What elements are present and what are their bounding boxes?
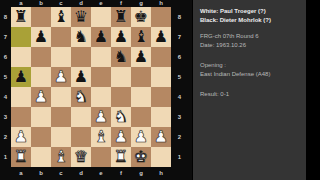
event-label: FRG-ch 07th Round 6 bbox=[200, 32, 302, 41]
square-c3[interactable] bbox=[51, 107, 71, 127]
square-f7[interactable]: ♟ bbox=[111, 27, 131, 47]
square-e3[interactable]: ♟ bbox=[91, 107, 111, 127]
square-d5[interactable]: ♟ bbox=[71, 67, 91, 87]
square-e8[interactable] bbox=[91, 7, 111, 27]
file-label-b: b bbox=[31, 167, 51, 180]
square-b8[interactable] bbox=[31, 7, 51, 27]
square-c5[interactable]: ♟ bbox=[51, 67, 71, 87]
square-b3[interactable] bbox=[31, 107, 51, 127]
piece-white-pawn[interactable]: ♟ bbox=[91, 107, 111, 127]
square-a5[interactable]: ♟ bbox=[11, 67, 31, 87]
file-label-e: e bbox=[91, 0, 111, 7]
piece-black-knight[interactable]: ♞ bbox=[111, 47, 131, 67]
rank-label-1: 1 bbox=[0, 147, 11, 167]
piece-black-pawn[interactable]: ♟ bbox=[11, 67, 31, 87]
file-label-e: e bbox=[91, 167, 111, 180]
square-h7[interactable]: ♟ bbox=[151, 27, 171, 47]
file-label-b: b bbox=[31, 0, 51, 7]
piece-white-knight[interactable]: ♞ bbox=[71, 87, 91, 107]
square-f2[interactable]: ♟ bbox=[111, 127, 131, 147]
square-c2[interactable] bbox=[51, 127, 71, 147]
rank-label-4: 4 bbox=[171, 87, 188, 107]
opening-name-label: East Indian Defense (A48) bbox=[200, 70, 302, 79]
rank-label-2: 2 bbox=[0, 127, 11, 147]
file-labels-top: abcdefgh bbox=[11, 0, 171, 7]
square-e7[interactable]: ♟ bbox=[91, 27, 111, 47]
square-d1[interactable]: ♛ bbox=[71, 147, 91, 167]
file-label-g: g bbox=[131, 0, 151, 7]
square-a1[interactable]: ♜ bbox=[11, 147, 31, 167]
square-b6[interactable] bbox=[31, 47, 51, 67]
piece-black-pawn[interactable]: ♟ bbox=[131, 47, 151, 67]
square-h5[interactable] bbox=[151, 67, 171, 87]
file-label-c: c bbox=[51, 167, 71, 180]
square-f3[interactable]: ♞ bbox=[111, 107, 131, 127]
piece-black-bishop[interactable]: ♝ bbox=[131, 27, 151, 47]
square-g3[interactable] bbox=[131, 107, 151, 127]
piece-white-pawn[interactable]: ♟ bbox=[131, 127, 151, 147]
piece-black-bishop[interactable]: ♝ bbox=[51, 7, 71, 27]
file-label-g: g bbox=[131, 167, 151, 180]
square-f1[interactable]: ♜ bbox=[111, 147, 131, 167]
piece-white-queen[interactable]: ♛ bbox=[71, 147, 91, 167]
rank-label-1: 1 bbox=[171, 147, 188, 167]
file-label-a: a bbox=[11, 0, 31, 7]
square-c8[interactable]: ♝ bbox=[51, 7, 71, 27]
piece-black-queen[interactable]: ♛ bbox=[71, 7, 91, 27]
piece-black-pawn[interactable]: ♟ bbox=[111, 27, 131, 47]
square-f8[interactable]: ♜ bbox=[111, 7, 131, 27]
piece-white-bishop[interactable]: ♝ bbox=[91, 127, 111, 147]
rank-labels-left: 87654321 bbox=[0, 7, 11, 167]
file-label-d: d bbox=[71, 167, 91, 180]
square-f4[interactable] bbox=[111, 87, 131, 107]
square-h1[interactable] bbox=[151, 147, 171, 167]
square-a7[interactable] bbox=[11, 27, 31, 47]
square-b1[interactable] bbox=[31, 147, 51, 167]
rank-label-8: 8 bbox=[171, 7, 188, 27]
piece-white-bishop[interactable]: ♝ bbox=[51, 147, 71, 167]
rank-labels-right: 87654321 bbox=[171, 7, 192, 167]
piece-black-rook[interactable]: ♜ bbox=[111, 7, 131, 27]
square-h6[interactable] bbox=[151, 47, 171, 67]
square-d2[interactable] bbox=[71, 127, 91, 147]
rank-label-4: 4 bbox=[0, 87, 11, 107]
piece-white-pawn[interactable]: ♟ bbox=[151, 127, 171, 147]
square-d8[interactable]: ♛ bbox=[71, 7, 91, 27]
square-a4[interactable] bbox=[11, 87, 31, 107]
square-g2[interactable]: ♟ bbox=[131, 127, 151, 147]
square-g8[interactable]: ♚ bbox=[131, 7, 151, 27]
square-d7[interactable]: ♞ bbox=[71, 27, 91, 47]
rank-label-7: 7 bbox=[0, 27, 11, 47]
result-label: Result: 0-1 bbox=[200, 90, 302, 99]
square-e4[interactable] bbox=[91, 87, 111, 107]
rank-label-3: 3 bbox=[171, 107, 188, 127]
square-h3[interactable] bbox=[151, 107, 171, 127]
square-b2[interactable] bbox=[31, 127, 51, 147]
white-player-label: White: Paul Troeger (?) bbox=[200, 7, 302, 16]
file-label-c: c bbox=[51, 0, 71, 7]
square-a3[interactable] bbox=[11, 107, 31, 127]
piece-black-pawn[interactable]: ♟ bbox=[71, 67, 91, 87]
square-g4[interactable] bbox=[131, 87, 151, 107]
square-c6[interactable] bbox=[51, 47, 71, 67]
rank-label-3: 3 bbox=[0, 107, 11, 127]
rank-label-6: 6 bbox=[0, 47, 11, 67]
piece-white-pawn[interactable]: ♟ bbox=[31, 87, 51, 107]
square-e2[interactable]: ♝ bbox=[91, 127, 111, 147]
square-e1[interactable] bbox=[91, 147, 111, 167]
square-d4[interactable]: ♞ bbox=[71, 87, 91, 107]
square-g6[interactable]: ♟ bbox=[131, 47, 151, 67]
square-h2[interactable]: ♟ bbox=[151, 127, 171, 147]
rank-label-5: 5 bbox=[0, 67, 11, 87]
square-f5[interactable] bbox=[111, 67, 131, 87]
file-label-d: d bbox=[71, 0, 91, 7]
square-c4[interactable] bbox=[51, 87, 71, 107]
piece-black-pawn[interactable]: ♟ bbox=[31, 27, 51, 47]
chess-board-block: abcdefgh 87654321 ♜♝♛♜♚♟♞♟♟♝♟♞♟♟♟♟♟♞♟♞♟♝… bbox=[0, 0, 192, 180]
app-window: abcdefgh 87654321 ♜♝♛♜♚♟♞♟♟♝♟♞♟♟♟♟♟♞♟♞♟♝… bbox=[0, 0, 320, 180]
square-h8[interactable] bbox=[151, 7, 171, 27]
square-g7[interactable]: ♝ bbox=[131, 27, 151, 47]
square-g1[interactable]: ♚ bbox=[131, 147, 151, 167]
square-b7[interactable]: ♟ bbox=[31, 27, 51, 47]
piece-white-rook[interactable]: ♜ bbox=[11, 147, 31, 167]
piece-white-knight[interactable]: ♞ bbox=[111, 107, 131, 127]
file-label-f: f bbox=[111, 167, 131, 180]
square-a6[interactable] bbox=[11, 47, 31, 67]
square-h4[interactable] bbox=[151, 87, 171, 107]
rank-label-2: 2 bbox=[171, 127, 188, 147]
square-c1[interactable]: ♝ bbox=[51, 147, 71, 167]
piece-black-pawn[interactable]: ♟ bbox=[91, 27, 111, 47]
square-a8[interactable]: ♜ bbox=[11, 7, 31, 27]
file-label-a: a bbox=[11, 167, 31, 180]
piece-black-knight[interactable]: ♞ bbox=[71, 27, 91, 47]
square-b5[interactable] bbox=[31, 67, 51, 87]
square-g5[interactable] bbox=[131, 67, 151, 87]
piece-white-rook[interactable]: ♜ bbox=[111, 147, 131, 167]
piece-white-king[interactable]: ♚ bbox=[131, 147, 151, 167]
square-e5[interactable] bbox=[91, 67, 111, 87]
file-label-h: h bbox=[151, 0, 171, 7]
square-b4[interactable]: ♟ bbox=[31, 87, 51, 107]
piece-white-pawn[interactable]: ♟ bbox=[11, 127, 31, 147]
rank-label-8: 8 bbox=[0, 7, 11, 27]
square-c7[interactable] bbox=[51, 27, 71, 47]
rank-label-6: 6 bbox=[171, 47, 188, 67]
rank-label-7: 7 bbox=[171, 27, 188, 47]
date-label: Date: 1963.10.26 bbox=[200, 41, 302, 50]
square-a2[interactable]: ♟ bbox=[11, 127, 31, 147]
board-grid[interactable]: ♜♝♛♜♚♟♞♟♟♝♟♞♟♟♟♟♟♞♟♞♟♝♟♟♟♜♝♛♜♚ bbox=[11, 7, 171, 167]
game-info-panel: White: Paul Troeger (?) Black: Dieter Mo… bbox=[193, 0, 306, 180]
black-player-label: Black: Dieter Mohrlok (?) bbox=[200, 16, 302, 25]
square-d6[interactable] bbox=[71, 47, 91, 67]
file-label-h: h bbox=[151, 167, 171, 180]
rank-label-5: 5 bbox=[171, 67, 188, 87]
piece-white-pawn[interactable]: ♟ bbox=[51, 67, 71, 87]
square-e6[interactable] bbox=[91, 47, 111, 67]
square-d3[interactable] bbox=[71, 107, 91, 127]
piece-white-pawn[interactable]: ♟ bbox=[111, 127, 131, 147]
piece-black-pawn[interactable]: ♟ bbox=[151, 27, 171, 47]
piece-black-king[interactable]: ♚ bbox=[131, 7, 151, 27]
piece-black-rook[interactable]: ♜ bbox=[11, 7, 31, 27]
file-labels-bottom: abcdefgh bbox=[11, 167, 171, 180]
square-f6[interactable]: ♞ bbox=[111, 47, 131, 67]
file-label-f: f bbox=[111, 0, 131, 7]
opening-label: Opening : bbox=[200, 61, 302, 70]
